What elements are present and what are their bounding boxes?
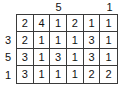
top-clue-col3: 5	[50, 0, 67, 14]
left-clue-column: 3 5 1	[0, 14, 16, 84]
grid-cell-r3c5: 3	[84, 49, 101, 66]
grid-cell-r1c6: 1	[100, 15, 117, 32]
grid-cell-r3c2: 1	[34, 49, 51, 66]
number-grid: 2 4 1 2 1 1 2 1 1 1 3 1 3 1 3 1 3 1 3 1 …	[16, 14, 118, 84]
grid-cell-r3c6: 1	[100, 49, 117, 66]
top-clue-row: 5 1	[16, 0, 118, 14]
grid-cell-r3c1: 3	[17, 49, 34, 66]
grid-cell-r4c5: 2	[84, 66, 101, 83]
grid-cell-r3c3: 3	[50, 49, 67, 66]
top-clue-col5	[84, 0, 101, 14]
grid-cell-r4c1: 3	[17, 66, 34, 83]
grid-cell-r2c3: 1	[50, 32, 67, 49]
grid-cell-r2c5: 3	[84, 32, 101, 49]
puzzle-board: 5 1 3 5 1 2 4 1 2 1 1 2 1 1 1 3 1 3 1 3 …	[0, 0, 120, 86]
grid-cell-r1c3: 1	[50, 15, 67, 32]
top-clue-col2	[33, 0, 50, 14]
top-clue-col4	[67, 0, 84, 14]
grid-cell-r1c4: 2	[67, 15, 84, 32]
grid-cell-r4c4: 1	[67, 66, 84, 83]
grid-cell-r2c6: 1	[100, 32, 117, 49]
top-clue-col1	[16, 0, 33, 14]
grid-cell-r2c1: 2	[17, 32, 34, 49]
grid-cell-r2c2: 1	[34, 32, 51, 49]
grid-cell-r4c2: 1	[34, 66, 51, 83]
grid-cell-r4c6: 2	[100, 66, 117, 83]
grid-cell-r1c2: 4	[34, 15, 51, 32]
grid-cell-r1c1: 2	[17, 15, 34, 32]
grid-cell-r3c4: 1	[67, 49, 84, 66]
grid-cell-r4c3: 1	[50, 66, 67, 83]
grid-cell-r2c4: 1	[67, 32, 84, 49]
left-clue-row1	[0, 14, 16, 32]
left-clue-row2: 3	[0, 32, 16, 50]
left-clue-row3: 5	[0, 49, 16, 67]
grid-cell-r1c5: 1	[84, 15, 101, 32]
left-clue-row4: 1	[0, 67, 16, 85]
top-clue-col6: 1	[101, 0, 118, 14]
